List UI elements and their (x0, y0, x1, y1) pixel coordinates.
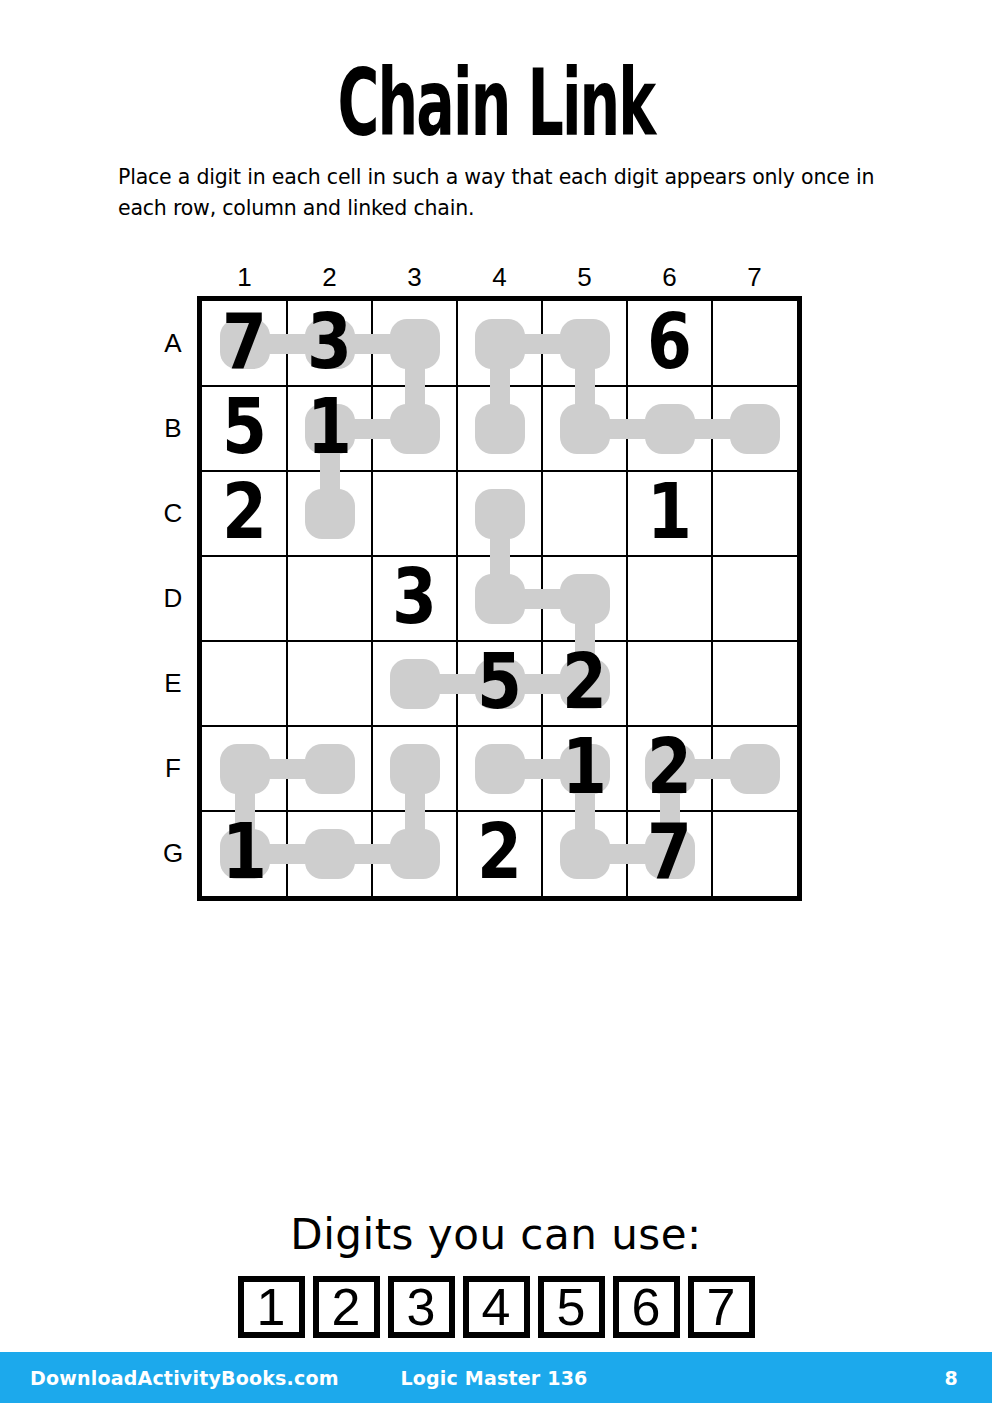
given-digit-G4: 2 (477, 814, 522, 894)
cell-F5[interactable]: 1 (542, 726, 627, 811)
digit-box-6: 6 (613, 1276, 680, 1338)
given-digit-B2: 1 (307, 389, 352, 469)
row-labels: ABCDEFG (152, 301, 194, 896)
given-digit-C1: 2 (222, 474, 267, 554)
cell-C3[interactable] (372, 471, 457, 556)
row-label-D: D (152, 556, 194, 641)
col-label-2: 2 (287, 264, 372, 290)
cell-F4[interactable] (457, 726, 542, 811)
cell-F6[interactable]: 2 (627, 726, 712, 811)
instruction-line-2: each row, column and linked chain. (118, 193, 874, 224)
cell-G5[interactable] (542, 811, 627, 896)
footer-book: Logic Master 136 (401, 1367, 588, 1389)
digit-box-3: 3 (388, 1276, 455, 1338)
digit-box-label-2: 2 (332, 1281, 361, 1333)
digit-box-2: 2 (313, 1276, 380, 1338)
cell-D2[interactable] (287, 556, 372, 641)
cell-B2[interactable]: 1 (287, 386, 372, 471)
cell-B3[interactable] (372, 386, 457, 471)
cell-E3[interactable] (372, 641, 457, 726)
given-digit-G1: 1 (222, 814, 267, 894)
cell-C5[interactable] (542, 471, 627, 556)
digit-box-label-6: 6 (632, 1281, 661, 1333)
cell-E5[interactable]: 2 (542, 641, 627, 726)
col-label-5: 5 (542, 264, 627, 290)
cell-E1[interactable] (202, 641, 287, 726)
row-label-C: C (152, 471, 194, 556)
row-label-B: B (152, 386, 194, 471)
instructions: Place a digit in each cell in such a way… (118, 162, 874, 224)
cell-A7[interactable] (712, 301, 797, 386)
page-title: Chain Link (188, 58, 803, 150)
cell-F3[interactable] (372, 726, 457, 811)
cell-G6[interactable]: 7 (627, 811, 712, 896)
cell-A5[interactable] (542, 301, 627, 386)
cell-B1[interactable]: 5 (202, 386, 287, 471)
cell-G3[interactable] (372, 811, 457, 896)
col-label-4: 4 (457, 264, 542, 290)
given-digit-C6: 1 (647, 474, 692, 554)
cell-C1[interactable]: 2 (202, 471, 287, 556)
given-digit-F5: 1 (562, 729, 607, 809)
footer-page-number: 8 (588, 1367, 959, 1389)
cell-G1[interactable]: 1 (202, 811, 287, 896)
given-digit-B1: 5 (222, 389, 267, 469)
digit-box-5: 5 (538, 1276, 605, 1338)
cell-A2[interactable]: 3 (287, 301, 372, 386)
cell-B7[interactable] (712, 386, 797, 471)
col-label-7: 7 (712, 264, 797, 290)
cell-B5[interactable] (542, 386, 627, 471)
given-digit-G6: 7 (647, 814, 692, 894)
col-label-6: 6 (627, 264, 712, 290)
board: 736512135212127 (197, 296, 802, 901)
digits-heading: Digits you can use: (0, 1210, 992, 1259)
digit-box-1: 1 (238, 1276, 305, 1338)
given-digit-E5: 2 (562, 644, 607, 724)
cell-C2[interactable] (287, 471, 372, 556)
cell-B4[interactable] (457, 386, 542, 471)
cell-D1[interactable] (202, 556, 287, 641)
cell-C6[interactable]: 1 (627, 471, 712, 556)
row-label-E: E (152, 641, 194, 726)
column-labels: 1234567 (202, 260, 797, 290)
cell-A4[interactable] (457, 301, 542, 386)
row-label-F: F (152, 726, 194, 811)
digit-box-label-7: 7 (707, 1281, 736, 1333)
cell-F7[interactable] (712, 726, 797, 811)
cell-E6[interactable] (627, 641, 712, 726)
digit-box-label-1: 1 (257, 1281, 286, 1333)
cell-E7[interactable] (712, 641, 797, 726)
digit-box-4: 4 (463, 1276, 530, 1338)
given-digit-E4: 5 (477, 644, 522, 724)
digit-boxes: 1234567 (0, 1276, 992, 1338)
cell-G4[interactable]: 2 (457, 811, 542, 896)
puzzle-page: Chain Link Place a digit in each cell in… (0, 0, 992, 1403)
row-label-A: A (152, 301, 194, 386)
col-label-3: 3 (372, 264, 457, 290)
cell-D7[interactable] (712, 556, 797, 641)
cell-D3[interactable]: 3 (372, 556, 457, 641)
given-digit-D3: 3 (392, 559, 437, 639)
instruction-line-1: Place a digit in each cell in such a way… (118, 162, 874, 193)
row-label-G: G (152, 811, 194, 896)
col-label-1: 1 (202, 264, 287, 290)
cell-C4[interactable] (457, 471, 542, 556)
digit-box-label-3: 3 (407, 1281, 436, 1333)
cell-G2[interactable] (287, 811, 372, 896)
given-digit-A2: 3 (307, 304, 352, 384)
cell-D4[interactable] (457, 556, 542, 641)
digit-box-7: 7 (688, 1276, 755, 1338)
given-digit-A1: 7 (222, 304, 267, 384)
cell-B6[interactable] (627, 386, 712, 471)
board-grid: 736512135212127 (202, 301, 797, 896)
cell-D6[interactable] (627, 556, 712, 641)
footer: DownloadActivityBooks.com Logic Master 1… (0, 1352, 992, 1403)
cell-D5[interactable] (542, 556, 627, 641)
cell-E4[interactable]: 5 (457, 641, 542, 726)
given-digit-A6: 6 (647, 304, 692, 384)
cell-F1[interactable] (202, 726, 287, 811)
cell-E2[interactable] (287, 641, 372, 726)
cell-A6[interactable]: 6 (627, 301, 712, 386)
footer-site: DownloadActivityBooks.com (30, 1367, 401, 1389)
cell-A3[interactable] (372, 301, 457, 386)
cell-C7[interactable] (712, 471, 797, 556)
cell-G7[interactable] (712, 811, 797, 896)
given-digit-F6: 2 (647, 729, 692, 809)
digit-box-label-4: 4 (482, 1281, 511, 1333)
digit-box-label-5: 5 (557, 1281, 586, 1333)
cell-F2[interactable] (287, 726, 372, 811)
cell-A1[interactable]: 7 (202, 301, 287, 386)
